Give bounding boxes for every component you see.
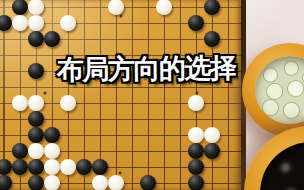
white-stone [12, 95, 28, 111]
white-stones-pile [255, 56, 304, 124]
black-stone [12, 143, 28, 159]
white-stone [28, 143, 44, 159]
black-stone [0, 15, 12, 31]
black-stone [188, 143, 204, 159]
white-stone [188, 95, 204, 111]
black-stone [188, 175, 204, 190]
white-stone [60, 15, 76, 31]
white-stone [28, 95, 44, 111]
black-stone [28, 175, 44, 190]
caption-title: 布局方向的选择 [57, 54, 236, 83]
white-stone [156, 0, 172, 15]
black-stone [44, 31, 60, 47]
black-stone [28, 31, 44, 47]
white-stone [204, 127, 220, 143]
white-stone [108, 0, 124, 15]
white-stone [44, 143, 60, 159]
black-stone [188, 15, 204, 31]
black-stone [44, 127, 60, 143]
board-spot [44, 92, 47, 95]
white-stone [44, 175, 60, 190]
black-stone [12, 159, 28, 175]
black-stone [0, 159, 12, 175]
black-stone [12, 0, 28, 15]
white-stone [44, 159, 60, 175]
board-spot [119, 172, 122, 175]
black-stones-pile [260, 142, 304, 190]
white-stone [108, 175, 124, 190]
black-stone [28, 111, 44, 127]
black-stone [28, 159, 44, 175]
black-stone [28, 127, 44, 143]
black-stone [28, 63, 44, 79]
black-stone [0, 175, 12, 190]
white-stone [92, 175, 108, 190]
black-stone [188, 159, 204, 175]
white-stone [60, 159, 76, 175]
black-stone [92, 159, 108, 175]
white-stone [28, 15, 44, 31]
black-stone [204, 0, 220, 15]
white-stone [28, 0, 44, 15]
video-frame: 布局方向的选择 [0, 0, 304, 190]
white-stone [60, 95, 76, 111]
black-stone [76, 159, 92, 175]
board-spot [120, 15, 123, 18]
go-board [0, 0, 246, 190]
white-stone [12, 15, 28, 31]
black-stone [140, 175, 156, 190]
black-stone [204, 31, 220, 47]
black-stone [204, 143, 220, 159]
white-stone [188, 127, 204, 143]
